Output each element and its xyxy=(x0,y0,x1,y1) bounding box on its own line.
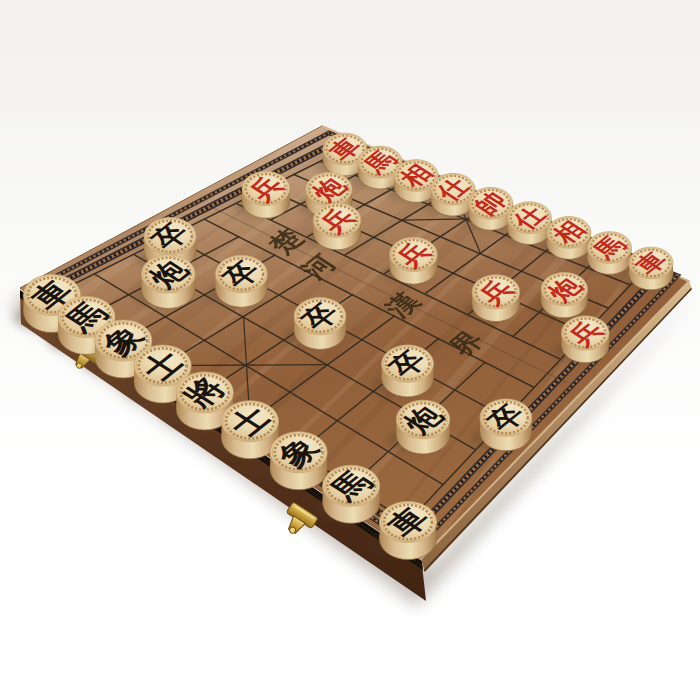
xiangqi-scene: 楚河漢界 車馬相仕帥仕相馬車炮炮兵兵兵兵兵卒卒卒卒卒炮炮車馬象士將士象馬車 xyxy=(0,0,700,700)
xiangqi-product-photo: 楚河漢界 車馬相仕帥仕相馬車炮炮兵兵兵兵兵卒卒卒卒卒炮炮車馬象士將士象馬車 An… xyxy=(0,0,700,700)
